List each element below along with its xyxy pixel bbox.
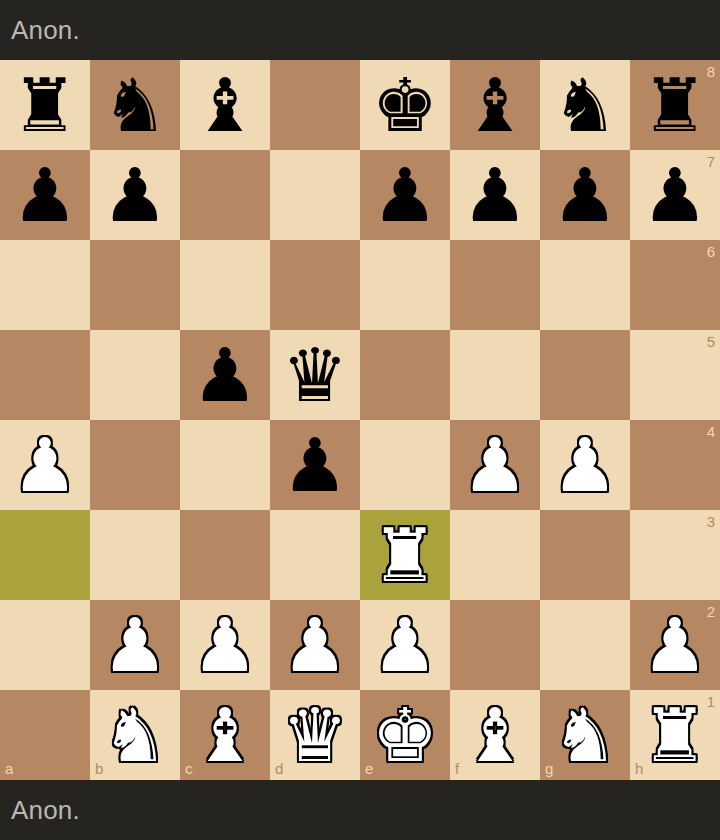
square-g4[interactable]: ♟ — [540, 420, 630, 510]
coord-file-a: a — [5, 760, 13, 777]
piece-white-rook-e3[interactable]: ♜ — [360, 510, 450, 600]
piece-black-pawn-c5[interactable]: ♟ — [180, 330, 270, 420]
piece-white-queen-d1[interactable]: ♛ — [270, 690, 360, 780]
coord-file-h: h — [635, 760, 643, 777]
square-b2[interactable]: ♟ — [90, 600, 180, 690]
piece-white-knight-g1[interactable]: ♞ — [540, 690, 630, 780]
square-c3[interactable] — [180, 510, 270, 600]
square-b7[interactable]: ♟ — [90, 150, 180, 240]
square-h6[interactable]: 6 — [630, 240, 720, 330]
coord-rank-8: 8 — [707, 63, 715, 80]
square-a4[interactable]: ♟ — [0, 420, 90, 510]
piece-white-king-e1[interactable]: ♚ — [360, 690, 450, 780]
square-e5[interactable] — [360, 330, 450, 420]
coord-file-b: b — [95, 760, 103, 777]
square-e8[interactable]: ♚ — [360, 60, 450, 150]
piece-white-bishop-c1[interactable]: ♝ — [180, 690, 270, 780]
square-f3[interactable] — [450, 510, 540, 600]
square-e7[interactable]: ♟ — [360, 150, 450, 240]
square-e6[interactable] — [360, 240, 450, 330]
piece-black-knight-b8[interactable]: ♞ — [90, 60, 180, 150]
coord-rank-4: 4 — [707, 423, 715, 440]
piece-black-pawn-g7[interactable]: ♟ — [540, 150, 630, 240]
square-d1[interactable]: ♛d — [270, 690, 360, 780]
square-f4[interactable]: ♟ — [450, 420, 540, 510]
square-g7[interactable]: ♟ — [540, 150, 630, 240]
bottom-player-bar: Anon. — [0, 780, 720, 840]
square-f5[interactable] — [450, 330, 540, 420]
square-g2[interactable] — [540, 600, 630, 690]
square-h2[interactable]: ♟2 — [630, 600, 720, 690]
square-a7[interactable]: ♟ — [0, 150, 90, 240]
piece-white-pawn-f4[interactable]: ♟ — [450, 420, 540, 510]
square-g6[interactable] — [540, 240, 630, 330]
square-b5[interactable] — [90, 330, 180, 420]
square-b4[interactable] — [90, 420, 180, 510]
square-d6[interactable] — [270, 240, 360, 330]
coord-rank-1: 1 — [707, 693, 715, 710]
piece-black-pawn-d4[interactable]: ♟ — [270, 420, 360, 510]
coord-rank-2: 2 — [707, 603, 715, 620]
piece-white-pawn-g4[interactable]: ♟ — [540, 420, 630, 510]
piece-black-queen-d5[interactable]: ♛ — [270, 330, 360, 420]
square-g1[interactable]: ♞g — [540, 690, 630, 780]
piece-white-pawn-a4[interactable]: ♟ — [0, 420, 90, 510]
piece-black-rook-a8[interactable]: ♜ — [0, 60, 90, 150]
square-h7[interactable]: ♟7 — [630, 150, 720, 240]
square-f8[interactable]: ♝ — [450, 60, 540, 150]
square-f2[interactable] — [450, 600, 540, 690]
square-b1[interactable]: ♞b — [90, 690, 180, 780]
square-d8[interactable] — [270, 60, 360, 150]
square-c5[interactable]: ♟ — [180, 330, 270, 420]
coord-file-d: d — [275, 760, 283, 777]
square-b6[interactable] — [90, 240, 180, 330]
coord-file-e: e — [365, 760, 373, 777]
square-a5[interactable] — [0, 330, 90, 420]
coord-file-g: g — [545, 760, 553, 777]
piece-black-pawn-b7[interactable]: ♟ — [90, 150, 180, 240]
piece-black-pawn-e7[interactable]: ♟ — [360, 150, 450, 240]
square-c2[interactable]: ♟ — [180, 600, 270, 690]
coord-rank-5: 5 — [707, 333, 715, 350]
piece-black-bishop-f8[interactable]: ♝ — [450, 60, 540, 150]
square-g8[interactable]: ♞ — [540, 60, 630, 150]
square-b3[interactable] — [90, 510, 180, 600]
square-e2[interactable]: ♟ — [360, 600, 450, 690]
square-a6[interactable] — [0, 240, 90, 330]
bottom-player-name: Anon. — [11, 795, 80, 826]
square-d3[interactable] — [270, 510, 360, 600]
piece-white-pawn-c2[interactable]: ♟ — [180, 600, 270, 690]
top-player-name: Anon. — [11, 15, 80, 46]
piece-white-pawn-b2[interactable]: ♟ — [90, 600, 180, 690]
square-h1[interactable]: ♜1h — [630, 690, 720, 780]
piece-black-king-e8[interactable]: ♚ — [360, 60, 450, 150]
square-c1[interactable]: ♝c — [180, 690, 270, 780]
piece-black-bishop-c8[interactable]: ♝ — [180, 60, 270, 150]
square-f1[interactable]: ♝f — [450, 690, 540, 780]
square-e1[interactable]: ♚e — [360, 690, 450, 780]
coord-file-c: c — [185, 760, 193, 777]
square-c6[interactable] — [180, 240, 270, 330]
square-a3[interactable] — [0, 510, 90, 600]
piece-white-pawn-d2[interactable]: ♟ — [270, 600, 360, 690]
square-e4[interactable] — [360, 420, 450, 510]
coord-rank-7: 7 — [707, 153, 715, 170]
square-b8[interactable]: ♞ — [90, 60, 180, 150]
square-c4[interactable] — [180, 420, 270, 510]
square-h4[interactable]: 4 — [630, 420, 720, 510]
square-a1[interactable]: a — [0, 690, 90, 780]
coord-rank-3: 3 — [707, 513, 715, 530]
coord-file-f: f — [455, 760, 459, 777]
piece-white-bishop-f1[interactable]: ♝ — [450, 690, 540, 780]
piece-white-pawn-e2[interactable]: ♟ — [360, 600, 450, 690]
square-c8[interactable]: ♝ — [180, 60, 270, 150]
square-h5[interactable]: 5 — [630, 330, 720, 420]
square-d4[interactable]: ♟ — [270, 420, 360, 510]
square-f7[interactable]: ♟ — [450, 150, 540, 240]
square-d2[interactable]: ♟ — [270, 600, 360, 690]
square-e3[interactable]: ♜ — [360, 510, 450, 600]
piece-white-knight-b1[interactable]: ♞ — [90, 690, 180, 780]
square-f6[interactable] — [450, 240, 540, 330]
coord-rank-6: 6 — [707, 243, 715, 260]
square-c7[interactable] — [180, 150, 270, 240]
square-d5[interactable]: ♛ — [270, 330, 360, 420]
square-g3[interactable] — [540, 510, 630, 600]
chess-board[interactable]: ♜♞♝♚♝♞♜8♟♟♟♟♟♟76♟♛5♟♟♟♟4♜3♟♟♟♟♟2a♞b♝c♛d♚… — [0, 60, 720, 780]
square-h8[interactable]: ♜8 — [630, 60, 720, 150]
piece-black-pawn-a7[interactable]: ♟ — [0, 150, 90, 240]
square-a8[interactable]: ♜ — [0, 60, 90, 150]
square-g5[interactable] — [540, 330, 630, 420]
square-a2[interactable] — [0, 600, 90, 690]
top-player-bar: Anon. — [0, 0, 720, 60]
piece-black-pawn-f7[interactable]: ♟ — [450, 150, 540, 240]
piece-black-knight-g8[interactable]: ♞ — [540, 60, 630, 150]
square-d7[interactable] — [270, 150, 360, 240]
square-h3[interactable]: 3 — [630, 510, 720, 600]
